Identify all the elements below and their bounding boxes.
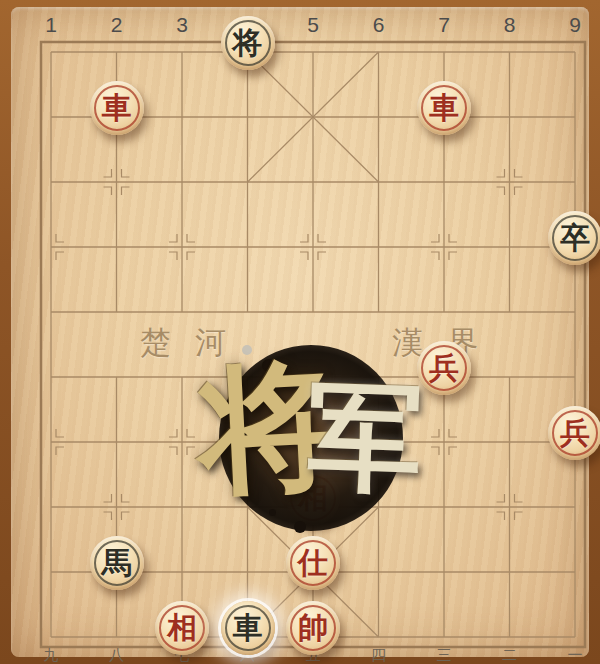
file-label-top-2: 2 bbox=[102, 13, 132, 37]
file-label-top-7: 7 bbox=[429, 13, 459, 37]
file-label-bottom-9: 一 bbox=[560, 646, 590, 664]
piece-glyph-兵: 兵 bbox=[560, 418, 590, 448]
piece-glyph-車: 車 bbox=[233, 613, 263, 643]
piece-glyph-車: 車 bbox=[102, 93, 132, 123]
piece-glyph-帥: 帥 bbox=[298, 613, 328, 643]
file-label-top-9: 9 bbox=[560, 13, 590, 37]
red-advisor[interactable]: 仕 bbox=[286, 536, 340, 590]
red-soldier-home[interactable]: 兵 bbox=[548, 406, 600, 460]
file-label-top-1: 1 bbox=[36, 13, 66, 37]
piece-glyph-相: 相 bbox=[167, 613, 197, 643]
xiangqi-app-window: 123456789 九八七六五四三二一 楚河 漢界 将車車卒兵兵相馬仕相車帥 将… bbox=[0, 0, 600, 664]
red-rook-right[interactable]: 車 bbox=[417, 81, 471, 135]
black-general[interactable]: 将 bbox=[221, 16, 275, 70]
file-label-top-8: 8 bbox=[495, 13, 525, 37]
file-label-bottom-6: 四 bbox=[364, 646, 394, 664]
red-king[interactable]: 帥 bbox=[286, 601, 340, 655]
file-label-top-3: 3 bbox=[167, 13, 197, 37]
piece-glyph-仕: 仕 bbox=[298, 548, 328, 578]
red-soldier-advanced[interactable]: 兵 bbox=[417, 341, 471, 395]
black-horse[interactable]: 馬 bbox=[90, 536, 144, 590]
file-label-bottom-7: 三 bbox=[429, 646, 459, 664]
file-label-top-5: 5 bbox=[298, 13, 328, 37]
piece-glyph-車: 車 bbox=[429, 93, 459, 123]
file-label-top-6: 6 bbox=[364, 13, 394, 37]
black-soldier[interactable]: 卒 bbox=[548, 211, 600, 265]
piece-glyph-卒: 卒 bbox=[560, 223, 590, 253]
black-rook-checking[interactable]: 車 bbox=[221, 601, 275, 655]
check-banner-char-jun: 军 bbox=[305, 379, 425, 499]
red-rook-left[interactable]: 車 bbox=[90, 81, 144, 135]
red-elephant-corner[interactable]: 相 bbox=[155, 601, 209, 655]
file-label-bottom-1: 九 bbox=[36, 646, 66, 664]
piece-glyph-馬: 馬 bbox=[102, 548, 132, 578]
file-label-bottom-8: 二 bbox=[495, 646, 525, 664]
ink-dot bbox=[294, 521, 306, 533]
ink-dot bbox=[269, 509, 276, 516]
xiangqi-board[interactable]: 123456789 九八七六五四三二一 楚河 漢界 将車車卒兵兵相馬仕相車帥 将… bbox=[11, 7, 589, 657]
file-label-bottom-2: 八 bbox=[102, 646, 132, 664]
piece-glyph-兵: 兵 bbox=[429, 353, 459, 383]
piece-glyph-将: 将 bbox=[233, 28, 263, 58]
